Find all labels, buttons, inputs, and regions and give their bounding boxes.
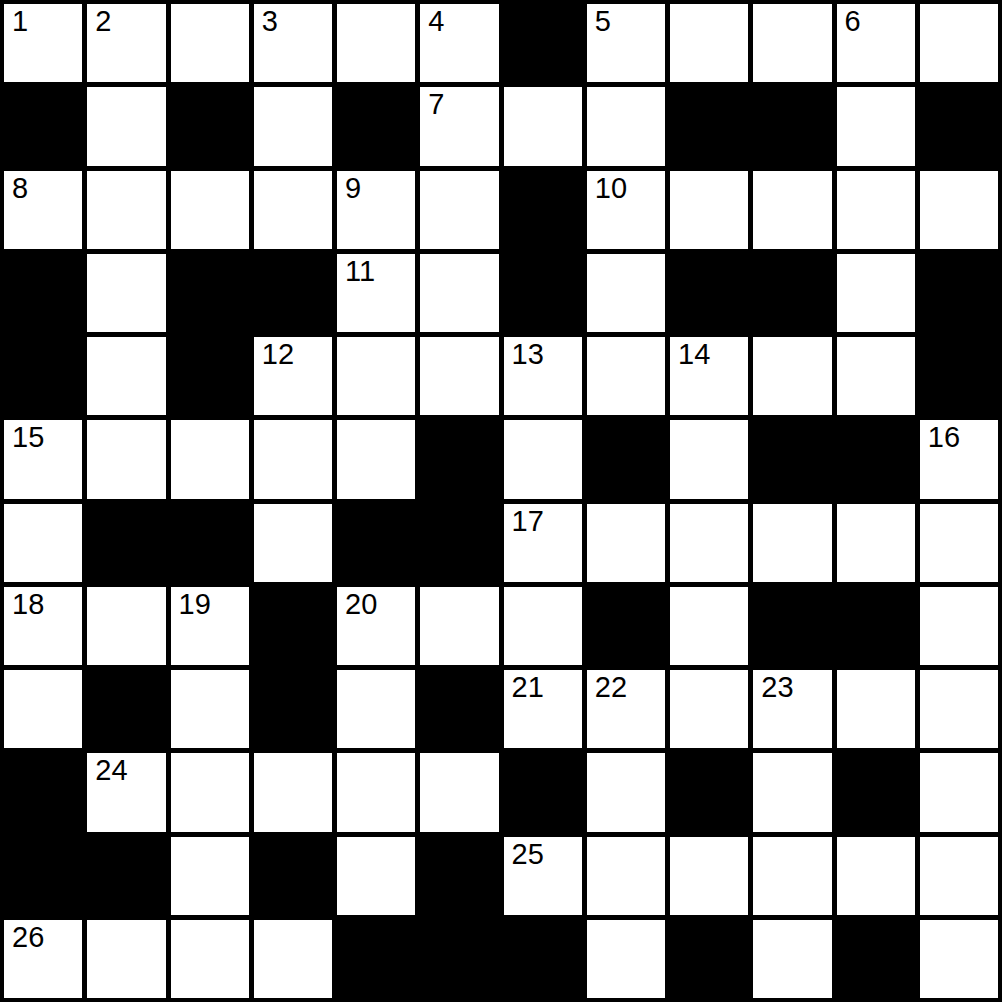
cell-r1c1[interactable]: 1 [4,4,82,82]
black-cell-r4c7 [504,254,582,332]
clue-number: 20 [345,588,377,621]
clue-number: 25 [512,838,544,871]
cell-r5c7[interactable]: 13 [504,337,582,415]
cell-r1c10[interactable] [753,4,831,82]
cell-r1c12[interactable] [920,4,998,82]
black-cell-r10c7 [504,753,582,831]
cell-r4c6[interactable] [420,254,498,332]
black-cell-r2c10 [753,87,831,165]
cell-r6c1[interactable]: 15 [4,420,82,498]
clue-number: 24 [95,754,127,787]
cell-r10c6[interactable] [420,753,498,831]
cell-r12c4[interactable] [254,920,332,998]
cell-r2c2[interactable] [87,87,165,165]
cell-r3c1[interactable]: 8 [4,171,82,249]
clue-number: 1 [12,5,28,38]
black-cell-r2c5 [337,87,415,165]
cell-r3c2[interactable] [87,171,165,249]
black-cell-r8c10 [753,587,831,665]
cell-r9c9[interactable] [670,670,748,748]
black-cell-r2c3 [171,87,249,165]
cell-r10c3[interactable] [171,753,249,831]
clue-number: 26 [12,921,44,954]
black-cell-r3c7 [504,171,582,249]
black-cell-r9c6 [420,670,498,748]
cell-r5c8[interactable] [587,337,665,415]
black-cell-r4c9 [670,254,748,332]
black-cell-r6c10 [753,420,831,498]
black-cell-r12c7 [504,920,582,998]
black-cell-r10c9 [670,753,748,831]
cell-r10c2[interactable]: 24 [87,753,165,831]
clue-number: 6 [845,5,861,38]
cell-r6c2[interactable] [87,420,165,498]
cell-r9c1[interactable] [4,670,82,748]
cell-r1c8[interactable]: 5 [587,4,665,82]
cell-r9c3[interactable] [171,670,249,748]
cell-r11c8[interactable] [587,837,665,915]
black-cell-r6c8 [587,420,665,498]
cell-r1c4[interactable]: 3 [254,4,332,82]
cell-r8c2[interactable] [87,587,165,665]
clue-number: 12 [262,338,294,371]
black-cell-r10c1 [4,753,82,831]
black-cell-r5c1 [4,337,82,415]
black-cell-r2c12 [920,87,998,165]
clue-number: 23 [761,671,793,704]
cell-r6c3[interactable] [171,420,249,498]
black-cell-r11c2 [87,837,165,915]
cell-r1c5[interactable] [337,4,415,82]
black-cell-r11c6 [420,837,498,915]
black-cell-r6c6 [420,420,498,498]
clue-number: 13 [512,338,544,371]
cell-r12c3[interactable] [171,920,249,998]
cell-r10c10[interactable] [753,753,831,831]
cell-r9c7[interactable]: 21 [504,670,582,748]
cell-r1c9[interactable] [670,4,748,82]
cell-r1c2[interactable]: 2 [87,4,165,82]
cell-r3c5[interactable]: 9 [337,171,415,249]
clue-number: 22 [595,671,627,704]
black-cell-r2c9 [670,87,748,165]
cell-r12c1[interactable]: 26 [4,920,82,998]
clue-number: 21 [512,671,544,704]
cell-r12c8[interactable] [587,920,665,998]
cell-r5c5[interactable] [337,337,415,415]
black-cell-r5c12 [920,337,998,415]
black-cell-r7c5 [337,504,415,582]
cell-r6c9[interactable] [670,420,748,498]
cell-r3c12[interactable] [920,171,998,249]
cell-r9c11[interactable] [837,670,915,748]
black-cell-r7c3 [171,504,249,582]
cell-r2c8[interactable] [587,87,665,165]
clue-number: 5 [595,5,611,38]
black-cell-r7c6 [420,504,498,582]
cell-r11c12[interactable] [920,837,998,915]
clue-number: 2 [95,5,111,38]
cell-r8c1[interactable]: 18 [4,587,82,665]
cell-r7c10[interactable] [753,504,831,582]
cell-r6c7[interactable] [504,420,582,498]
cell-r7c8[interactable] [587,504,665,582]
cell-r4c2[interactable] [87,254,165,332]
cell-r5c2[interactable] [87,337,165,415]
cell-r9c8[interactable]: 22 [587,670,665,748]
cell-r10c12[interactable] [920,753,998,831]
cell-r8c5[interactable]: 20 [337,587,415,665]
cell-r8c7[interactable] [504,587,582,665]
clue-number: 18 [12,588,44,621]
cell-r7c1[interactable] [4,504,82,582]
clue-number: 17 [512,505,544,538]
cell-r7c4[interactable] [254,504,332,582]
cell-r1c11[interactable]: 6 [837,4,915,82]
cell-r7c12[interactable] [920,504,998,582]
black-cell-r6c11 [837,420,915,498]
cell-r2c11[interactable] [837,87,915,165]
cell-r3c6[interactable] [420,171,498,249]
black-cell-r12c9 [670,920,748,998]
cell-r5c6[interactable] [420,337,498,415]
black-cell-r4c4 [254,254,332,332]
clue-number: 16 [928,421,960,454]
cell-r9c10[interactable]: 23 [753,670,831,748]
clue-number: 11 [345,255,375,288]
clue-number: 15 [12,421,44,454]
cell-r8c6[interactable] [420,587,498,665]
cell-r7c11[interactable] [837,504,915,582]
cell-r10c4[interactable] [254,753,332,831]
cell-r11c7[interactable]: 25 [504,837,582,915]
clue-number: 14 [678,338,710,371]
cell-r4c5[interactable]: 11 [337,254,415,332]
black-cell-r1c7 [504,4,582,82]
black-cell-r12c5 [337,920,415,998]
cell-r9c5[interactable] [337,670,415,748]
cell-r5c10[interactable] [753,337,831,415]
cell-r12c12[interactable] [920,920,998,998]
cell-r3c10[interactable] [753,171,831,249]
cell-r1c3[interactable] [171,4,249,82]
cell-r11c9[interactable] [670,837,748,915]
cell-r3c4[interactable] [254,171,332,249]
cell-r5c9[interactable]: 14 [670,337,748,415]
black-cell-r7c2 [87,504,165,582]
cell-r10c8[interactable] [587,753,665,831]
cell-r2c6[interactable]: 7 [420,87,498,165]
cell-r6c5[interactable] [337,420,415,498]
clue-number: 3 [262,5,278,38]
cell-r3c11[interactable] [837,171,915,249]
cell-r6c4[interactable] [254,420,332,498]
black-cell-r11c4 [254,837,332,915]
cell-r2c4[interactable] [254,87,332,165]
clue-number: 10 [595,172,627,205]
cell-r8c12[interactable] [920,587,998,665]
clue-number: 19 [179,588,211,621]
cell-r9c12[interactable] [920,670,998,748]
clue-number: 4 [428,5,444,38]
black-cell-r9c4 [254,670,332,748]
cell-r6c12[interactable]: 16 [920,420,998,498]
black-cell-r5c3 [171,337,249,415]
cell-r8c9[interactable] [670,587,748,665]
black-cell-r4c12 [920,254,998,332]
black-cell-r8c4 [254,587,332,665]
cell-r11c11[interactable] [837,837,915,915]
black-cell-r4c1 [4,254,82,332]
cell-r1c6[interactable]: 4 [420,4,498,82]
clue-number: 8 [12,172,28,205]
black-cell-r12c6 [420,920,498,998]
black-cell-r9c2 [87,670,165,748]
cell-r3c3[interactable] [171,171,249,249]
cell-r4c8[interactable] [587,254,665,332]
cell-r7c7[interactable]: 17 [504,504,582,582]
cell-r11c3[interactable] [171,837,249,915]
cell-r4c11[interactable] [837,254,915,332]
cell-r7c9[interactable] [670,504,748,582]
black-cell-r2c1 [4,87,82,165]
black-cell-r12c11 [837,920,915,998]
cell-r12c10[interactable] [753,920,831,998]
black-cell-r8c11 [837,587,915,665]
clue-number: 7 [428,88,444,121]
cell-r10c5[interactable] [337,753,415,831]
cell-r5c11[interactable] [837,337,915,415]
black-cell-r4c10 [753,254,831,332]
cell-r12c2[interactable] [87,920,165,998]
cell-r3c8[interactable]: 10 [587,171,665,249]
crossword-grid: 1234567891011121314151617181920212223242… [0,0,1002,1002]
cell-r11c10[interactable] [753,837,831,915]
cell-r5c4[interactable]: 12 [254,337,332,415]
cell-r3c9[interactable] [670,171,748,249]
black-cell-r8c8 [587,587,665,665]
black-cell-r10c11 [837,753,915,831]
black-cell-r11c1 [4,837,82,915]
cell-r11c5[interactable] [337,837,415,915]
clue-number: 9 [345,172,361,205]
cell-r2c7[interactable] [504,87,582,165]
black-cell-r4c3 [171,254,249,332]
cell-r8c3[interactable]: 19 [171,587,249,665]
